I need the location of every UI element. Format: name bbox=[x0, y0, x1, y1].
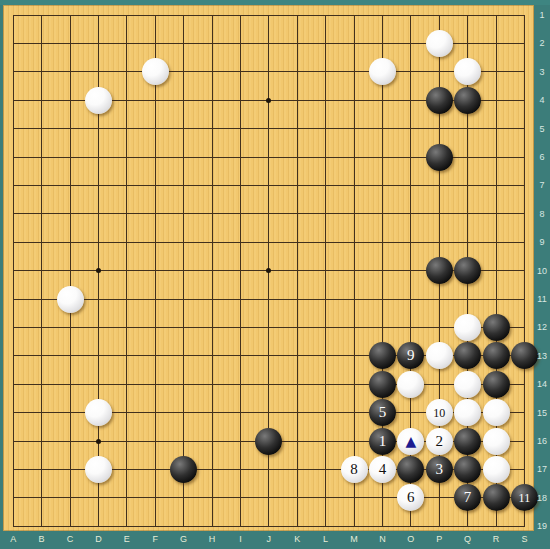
stone-black-N13 bbox=[369, 342, 396, 369]
stone-white-R16 bbox=[483, 428, 510, 455]
stone-black-G17 bbox=[170, 456, 197, 483]
move-number-label: 1 bbox=[379, 434, 387, 449]
col-label-K: K bbox=[289, 531, 306, 549]
go-board-widget: 95101▲28436711 1234567891011121314151617… bbox=[0, 0, 550, 549]
row-label-2: 2 bbox=[534, 38, 550, 48]
row-label-3: 3 bbox=[534, 67, 550, 77]
stone-white-N17: 4 bbox=[369, 456, 396, 483]
stone-white-C11 bbox=[57, 286, 84, 313]
stone-black-N15: 5 bbox=[369, 399, 396, 426]
col-label-O: O bbox=[402, 531, 419, 549]
move-number-label: 7 bbox=[464, 490, 472, 505]
col-label-H: H bbox=[204, 531, 221, 549]
col-label-L: L bbox=[317, 531, 334, 549]
stone-white-O16: ▲ bbox=[397, 428, 424, 455]
col-label-A: A bbox=[5, 531, 22, 549]
stone-white-R17 bbox=[483, 456, 510, 483]
stone-white-P13 bbox=[426, 342, 453, 369]
stone-white-M17: 8 bbox=[341, 456, 368, 483]
col-label-E: E bbox=[118, 531, 135, 549]
stone-black-P10 bbox=[426, 257, 453, 284]
col-label-F: F bbox=[147, 531, 164, 549]
stone-black-O17 bbox=[397, 456, 424, 483]
grid-line-horizontal bbox=[13, 497, 524, 498]
stone-black-R18 bbox=[483, 484, 510, 511]
row-label-15: 15 bbox=[534, 408, 550, 418]
go-board[interactable]: 95101▲28436711 bbox=[3, 5, 534, 531]
grid-line-vertical bbox=[354, 15, 355, 526]
move-number-label: 4 bbox=[379, 462, 387, 477]
row-label-13: 13 bbox=[534, 351, 550, 361]
col-label-S: S bbox=[516, 531, 533, 549]
stone-white-R15 bbox=[483, 399, 510, 426]
stone-black-R13 bbox=[483, 342, 510, 369]
triangle-marker-icon: ▲ bbox=[405, 434, 416, 448]
stone-black-Q4 bbox=[454, 87, 481, 114]
row-label-19: 19 bbox=[534, 521, 550, 531]
row-label-8: 8 bbox=[534, 209, 550, 219]
row-label-4: 4 bbox=[534, 95, 550, 105]
grid-line-vertical bbox=[325, 15, 326, 526]
stone-white-Q14 bbox=[454, 371, 481, 398]
stone-white-Q12 bbox=[454, 314, 481, 341]
grid-line-horizontal bbox=[13, 384, 524, 385]
stone-white-D17 bbox=[85, 456, 112, 483]
col-label-R: R bbox=[488, 531, 505, 549]
row-label-6: 6 bbox=[534, 152, 550, 162]
move-number-label: 9 bbox=[407, 348, 415, 363]
col-label-J: J bbox=[260, 531, 277, 549]
stone-black-Q17 bbox=[454, 456, 481, 483]
grid-line-vertical bbox=[297, 15, 298, 526]
stone-white-D15 bbox=[85, 399, 112, 426]
row-label-16: 16 bbox=[534, 436, 550, 446]
stone-white-F3 bbox=[142, 58, 169, 85]
move-number-label: 11 bbox=[519, 492, 531, 504]
stone-black-J16 bbox=[255, 428, 282, 455]
stone-black-N14 bbox=[369, 371, 396, 398]
row-label-11: 11 bbox=[534, 294, 550, 304]
row-label-5: 5 bbox=[534, 124, 550, 134]
col-label-D: D bbox=[90, 531, 107, 549]
stone-white-D4 bbox=[85, 87, 112, 114]
stone-black-P4 bbox=[426, 87, 453, 114]
col-label-N: N bbox=[374, 531, 391, 549]
row-label-17: 17 bbox=[534, 464, 550, 474]
stone-white-O14 bbox=[397, 371, 424, 398]
col-label-P: P bbox=[431, 531, 448, 549]
stone-black-R12 bbox=[483, 314, 510, 341]
row-label-12: 12 bbox=[534, 322, 550, 332]
col-label-I: I bbox=[232, 531, 249, 549]
stone-black-N16: 1 bbox=[369, 428, 396, 455]
row-label-14: 14 bbox=[534, 379, 550, 389]
col-label-M: M bbox=[346, 531, 363, 549]
col-label-B: B bbox=[33, 531, 50, 549]
stone-black-P6 bbox=[426, 144, 453, 171]
move-number-label: 8 bbox=[350, 462, 358, 477]
grid-line-horizontal bbox=[13, 327, 524, 328]
star-point bbox=[96, 268, 101, 273]
move-number-label: 2 bbox=[435, 434, 443, 449]
move-number-label: 5 bbox=[379, 405, 387, 420]
row-label-18: 18 bbox=[534, 493, 550, 503]
stone-black-P17: 3 bbox=[426, 456, 453, 483]
star-point bbox=[96, 439, 101, 444]
stone-white-P16: 2 bbox=[426, 428, 453, 455]
grid-line-horizontal bbox=[13, 299, 524, 300]
row-label-9: 9 bbox=[534, 237, 550, 247]
col-label-G: G bbox=[175, 531, 192, 549]
move-number-label: 10 bbox=[433, 407, 445, 419]
stone-black-Q10 bbox=[454, 257, 481, 284]
row-label-7: 7 bbox=[534, 180, 550, 190]
stone-black-Q16 bbox=[454, 428, 481, 455]
move-number-label: 6 bbox=[407, 490, 415, 505]
stone-black-R14 bbox=[483, 371, 510, 398]
stone-white-P2 bbox=[426, 30, 453, 57]
stone-white-N3 bbox=[369, 58, 396, 85]
row-label-1: 1 bbox=[534, 10, 550, 20]
col-label-C: C bbox=[62, 531, 79, 549]
col-label-Q: Q bbox=[459, 531, 476, 549]
stone-white-P15: 10 bbox=[426, 399, 453, 426]
row-label-10: 10 bbox=[534, 266, 550, 276]
move-number-label: 3 bbox=[435, 462, 443, 477]
stone-white-Q15 bbox=[454, 399, 481, 426]
